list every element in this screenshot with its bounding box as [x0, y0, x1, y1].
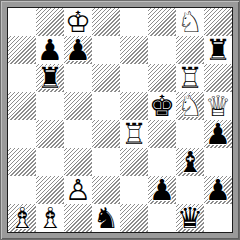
- square-d6[interactable]: [92, 64, 120, 92]
- chess-board: ♚♔♞♘♟♟♜♜♜♖♚♞♘♛♕♜♖♟♝♟♙♟♟♝♗♝♗♞♛: [8, 8, 232, 232]
- white-bishop: ♝♗: [36, 204, 64, 232]
- square-h4[interactable]: ♟: [204, 120, 232, 148]
- square-b8[interactable]: [36, 8, 64, 36]
- square-e1[interactable]: [120, 204, 148, 232]
- square-a7[interactable]: [8, 36, 36, 64]
- square-h5[interactable]: ♛♕: [204, 92, 232, 120]
- square-f3[interactable]: [148, 148, 176, 176]
- square-d4[interactable]: [92, 120, 120, 148]
- square-h7[interactable]: ♜: [204, 36, 232, 64]
- square-e8[interactable]: [120, 8, 148, 36]
- white-bishop: ♝♗: [8, 204, 36, 232]
- square-c3[interactable]: [64, 148, 92, 176]
- black-pawn: ♟: [204, 120, 232, 148]
- square-h2[interactable]: ♟: [204, 176, 232, 204]
- square-c6[interactable]: [64, 64, 92, 92]
- square-e4[interactable]: ♜♖: [120, 120, 148, 148]
- square-b4[interactable]: [36, 120, 64, 148]
- square-b1[interactable]: ♝♗: [36, 204, 64, 232]
- square-a1[interactable]: ♝♗: [8, 204, 36, 232]
- chess-board-frame: ♚♔♞♘♟♟♜♜♜♖♚♞♘♛♕♜♖♟♝♟♙♟♟♝♗♝♗♞♛: [0, 0, 240, 240]
- square-e2[interactable]: [120, 176, 148, 204]
- square-e5[interactable]: [120, 92, 148, 120]
- square-g2[interactable]: [176, 176, 204, 204]
- square-f2[interactable]: ♟: [148, 176, 176, 204]
- square-g1[interactable]: ♛: [176, 204, 204, 232]
- square-d3[interactable]: [92, 148, 120, 176]
- square-h1[interactable]: [204, 204, 232, 232]
- square-g7[interactable]: [176, 36, 204, 64]
- square-e6[interactable]: [120, 64, 148, 92]
- square-b6[interactable]: ♜: [36, 64, 64, 92]
- square-c4[interactable]: [64, 120, 92, 148]
- square-g3[interactable]: ♝: [176, 148, 204, 176]
- black-king: ♚: [148, 92, 176, 120]
- square-a2[interactable]: [8, 176, 36, 204]
- square-d7[interactable]: [92, 36, 120, 64]
- square-a4[interactable]: [8, 120, 36, 148]
- black-queen: ♛: [176, 204, 204, 232]
- square-g8[interactable]: ♞♘: [176, 8, 204, 36]
- square-f8[interactable]: [148, 8, 176, 36]
- square-h6[interactable]: [204, 64, 232, 92]
- square-f6[interactable]: [148, 64, 176, 92]
- square-g6[interactable]: ♜♖: [176, 64, 204, 92]
- white-rook: ♜♖: [176, 64, 204, 92]
- square-b5[interactable]: [36, 92, 64, 120]
- square-d1[interactable]: ♞: [92, 204, 120, 232]
- square-f4[interactable]: [148, 120, 176, 148]
- square-c5[interactable]: [64, 92, 92, 120]
- square-c8[interactable]: ♚♔: [64, 8, 92, 36]
- square-a6[interactable]: [8, 64, 36, 92]
- square-d2[interactable]: [92, 176, 120, 204]
- black-pawn: ♟: [64, 36, 92, 64]
- square-g5[interactable]: ♞♘: [176, 92, 204, 120]
- black-rook: ♜: [204, 36, 232, 64]
- white-knight: ♞♘: [176, 8, 204, 36]
- black-pawn: ♟: [36, 36, 64, 64]
- white-pawn: ♟♙: [64, 176, 92, 204]
- square-b3[interactable]: [36, 148, 64, 176]
- white-queen: ♛♕: [204, 92, 232, 120]
- white-rook: ♜♖: [120, 120, 148, 148]
- square-c1[interactable]: [64, 204, 92, 232]
- square-b2[interactable]: [36, 176, 64, 204]
- white-knight: ♞♘: [176, 92, 204, 120]
- square-a5[interactable]: [8, 92, 36, 120]
- black-bishop: ♝: [176, 148, 204, 176]
- square-g4[interactable]: [176, 120, 204, 148]
- black-pawn: ♟: [204, 176, 232, 204]
- square-c2[interactable]: ♟♙: [64, 176, 92, 204]
- black-pawn: ♟: [148, 176, 176, 204]
- square-d5[interactable]: [92, 92, 120, 120]
- square-d8[interactable]: [92, 8, 120, 36]
- square-f7[interactable]: [148, 36, 176, 64]
- square-b7[interactable]: ♟: [36, 36, 64, 64]
- square-e7[interactable]: [120, 36, 148, 64]
- square-h3[interactable]: [204, 148, 232, 176]
- square-a8[interactable]: [8, 8, 36, 36]
- black-knight: ♞: [92, 204, 120, 232]
- square-a3[interactable]: [8, 148, 36, 176]
- white-king: ♚♔: [64, 8, 92, 36]
- black-rook: ♜: [36, 64, 64, 92]
- square-f5[interactable]: ♚: [148, 92, 176, 120]
- square-f1[interactable]: [148, 204, 176, 232]
- square-e3[interactable]: [120, 148, 148, 176]
- square-h8[interactable]: [204, 8, 232, 36]
- square-c7[interactable]: ♟: [64, 36, 92, 64]
